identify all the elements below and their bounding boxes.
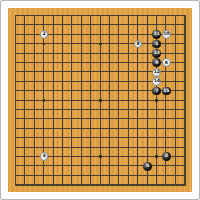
stone-white-4: 4 — [39, 152, 48, 161]
stone-white-10: 10 — [161, 30, 170, 39]
star-point — [39, 96, 48, 105]
stone-white-12: 12 — [152, 68, 161, 77]
stone-black-5: 5 — [143, 161, 152, 170]
diagram-frame: 123456789101112131415 — [0, 0, 200, 200]
stone-black-1: 1 — [152, 39, 161, 48]
go-board[interactable]: 123456789101112131415 — [8, 8, 192, 192]
star-point — [96, 96, 105, 105]
stone-white-6: 6 — [161, 58, 170, 67]
stone-black-15: 15 — [161, 86, 170, 95]
star-point — [96, 39, 105, 48]
stone-black-9: 9 — [152, 58, 161, 67]
stone-black-11: 11 — [152, 30, 161, 39]
stone-white-14: 14 — [152, 77, 161, 86]
star-point — [39, 39, 48, 48]
star-point — [152, 96, 161, 105]
star-point — [96, 152, 105, 161]
stone-white-8: 8 — [133, 39, 142, 48]
stone-black-7: 7 — [152, 86, 161, 95]
stone-white-2: 2 — [39, 30, 48, 39]
board-points-layer: 123456789101112131415 — [11, 11, 190, 190]
star-point — [152, 152, 161, 161]
stone-black-13: 13 — [152, 49, 161, 58]
stone-black-3: 3 — [161, 152, 170, 161]
